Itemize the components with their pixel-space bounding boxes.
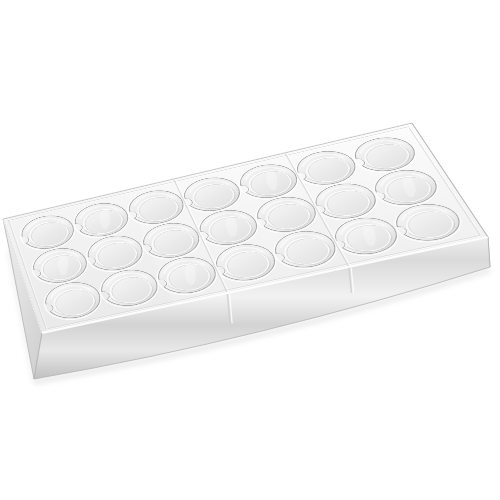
left-edge-highlight [3, 219, 42, 333]
front-edge-highlight [42, 237, 488, 333]
right-edge-line [412, 123, 488, 237]
edge-highlight-layer [0, 0, 500, 500]
back-edge-line [3, 123, 412, 219]
product-photo-stage [0, 0, 500, 500]
